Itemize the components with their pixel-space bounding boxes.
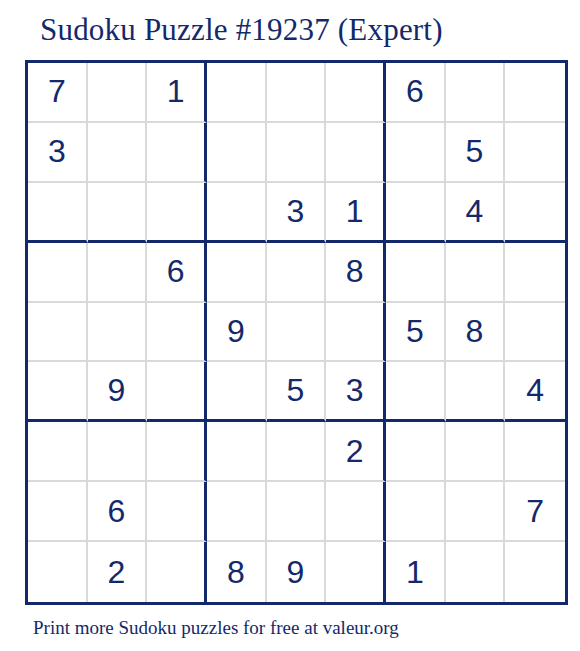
sudoku-cell-r6c9: 4 [505, 362, 565, 422]
sudoku-cell-r8c7 [386, 482, 446, 542]
sudoku-cell-r7c1 [28, 422, 88, 482]
sudoku-cell-r3c9 [505, 183, 565, 243]
sudoku-cell-r8c4 [207, 482, 267, 542]
sudoku-cell-r4c2 [88, 243, 148, 303]
sudoku-cell-r7c3 [147, 422, 207, 482]
sudoku-cell-r4c9 [505, 243, 565, 303]
sudoku-cell-r2c5 [267, 123, 327, 183]
sudoku-cell-r4c8 [446, 243, 506, 303]
sudoku-cell-r8c2: 6 [88, 482, 148, 542]
sudoku-cell-r9c6 [326, 542, 386, 602]
sudoku-cell-r9c1 [28, 542, 88, 602]
sudoku-cell-r6c3 [147, 362, 207, 422]
sudoku-cell-r4c1 [28, 243, 88, 303]
sudoku-cell-r2c9 [505, 123, 565, 183]
sudoku-cell-r8c3 [147, 482, 207, 542]
sudoku-cell-r5c6 [326, 303, 386, 363]
sudoku-cell-r3c2 [88, 183, 148, 243]
sudoku-cell-r5c9 [505, 303, 565, 363]
sudoku-cell-r9c5: 9 [267, 542, 327, 602]
sudoku-cell-r2c7 [386, 123, 446, 183]
sudoku-cell-r3c1 [28, 183, 88, 243]
sudoku-cell-r4c6: 8 [326, 243, 386, 303]
sudoku-cell-r3c4 [207, 183, 267, 243]
sudoku-cell-r6c1 [28, 362, 88, 422]
sudoku-cell-r1c4 [207, 63, 267, 123]
sudoku-cell-r1c9 [505, 63, 565, 123]
sudoku-cell-r7c8 [446, 422, 506, 482]
sudoku-cell-r9c8 [446, 542, 506, 602]
sudoku-cell-r6c5: 5 [267, 362, 327, 422]
sudoku-cell-r4c5 [267, 243, 327, 303]
sudoku-cell-r8c6 [326, 482, 386, 542]
sudoku-cell-r1c5 [267, 63, 327, 123]
sudoku-cell-r7c5 [267, 422, 327, 482]
sudoku-cell-r9c4: 8 [207, 542, 267, 602]
sudoku-cell-r9c3 [147, 542, 207, 602]
sudoku-cell-r1c2 [88, 63, 148, 123]
sudoku-cell-r9c9 [505, 542, 565, 602]
sudoku-grid: 716353146895895342672891 [25, 60, 568, 605]
sudoku-cell-r1c1: 7 [28, 63, 88, 123]
sudoku-cell-r5c7: 5 [386, 303, 446, 363]
page-title: Sudoku Puzzle #19237 (Expert) [40, 12, 443, 48]
sudoku-cell-r6c7 [386, 362, 446, 422]
sudoku-cell-r3c5: 3 [267, 183, 327, 243]
sudoku-cell-r9c7: 1 [386, 542, 446, 602]
sudoku-cell-r6c6: 3 [326, 362, 386, 422]
sudoku-cell-r6c2: 9 [88, 362, 148, 422]
sudoku-cell-r6c8 [446, 362, 506, 422]
sudoku-cell-r5c5 [267, 303, 327, 363]
footer-text: Print more Sudoku puzzles for free at va… [33, 617, 399, 638]
sudoku-cell-r4c3: 6 [147, 243, 207, 303]
sudoku-cell-r2c2 [88, 123, 148, 183]
sudoku-cell-r1c6 [326, 63, 386, 123]
sudoku-cell-r3c8: 4 [446, 183, 506, 243]
sudoku-cell-r8c5 [267, 482, 327, 542]
sudoku-cell-r8c1 [28, 482, 88, 542]
sudoku-cell-r5c3 [147, 303, 207, 363]
sudoku-cell-r1c8 [446, 63, 506, 123]
sudoku-cell-r7c7 [386, 422, 446, 482]
sudoku-cell-r2c6 [326, 123, 386, 183]
sudoku-cell-r8c9: 7 [505, 482, 565, 542]
sudoku-cell-r1c3: 1 [147, 63, 207, 123]
sudoku-cell-r3c6: 1 [326, 183, 386, 243]
sudoku-cell-r1c7: 6 [386, 63, 446, 123]
sudoku-cell-r7c6: 2 [326, 422, 386, 482]
sudoku-cell-r6c4 [207, 362, 267, 422]
sudoku-cell-r3c7 [386, 183, 446, 243]
sudoku-cell-r8c8 [446, 482, 506, 542]
page-header: Sudoku Puzzle #19237 (Expert) [0, 0, 580, 60]
sudoku-cell-r5c8: 8 [446, 303, 506, 363]
sudoku-cell-r3c3 [147, 183, 207, 243]
sudoku-cell-r4c7 [386, 243, 446, 303]
sudoku-cell-r2c8: 5 [446, 123, 506, 183]
sudoku-cell-r2c4 [207, 123, 267, 183]
sudoku-cell-r7c4 [207, 422, 267, 482]
sudoku-cell-r4c4 [207, 243, 267, 303]
sudoku-cell-r9c2: 2 [88, 542, 148, 602]
sudoku-cell-r2c3 [147, 123, 207, 183]
page-footer: Print more Sudoku puzzles for free at va… [0, 617, 580, 639]
sudoku-cell-r7c9 [505, 422, 565, 482]
sudoku-cell-r5c4: 9 [207, 303, 267, 363]
sudoku-cell-r2c1: 3 [28, 123, 88, 183]
sudoku-cell-r5c2 [88, 303, 148, 363]
sudoku-cell-r5c1 [28, 303, 88, 363]
sudoku-cell-r7c2 [88, 422, 148, 482]
